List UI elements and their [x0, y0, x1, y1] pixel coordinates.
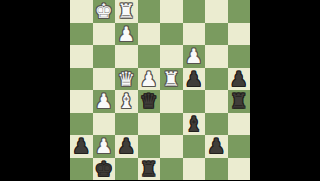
square-g3[interactable]	[205, 113, 228, 136]
square-h2[interactable]	[228, 135, 251, 158]
square-b6[interactable]	[93, 45, 116, 68]
square-h8[interactable]	[228, 0, 251, 23]
square-d8[interactable]	[138, 0, 161, 23]
square-g7[interactable]	[205, 23, 228, 46]
square-a1[interactable]	[70, 158, 93, 181]
square-c7[interactable]: ♟	[115, 23, 138, 46]
square-b2[interactable]: ♟	[93, 135, 116, 158]
square-e7[interactable]	[160, 23, 183, 46]
square-b3[interactable]	[93, 113, 116, 136]
square-f3[interactable]: ♝	[183, 113, 206, 136]
chess-board[interactable]: ♚♜♟♟♛♟♜♟♟♟♝♛♜♝♟♟♟♟♚♜	[70, 0, 250, 180]
square-b1[interactable]: ♚	[93, 158, 116, 181]
square-a7[interactable]	[70, 23, 93, 46]
square-c6[interactable]	[115, 45, 138, 68]
white-pawn[interactable]: ♟	[185, 45, 203, 67]
white-king[interactable]: ♚	[95, 0, 113, 22]
square-b8[interactable]: ♚	[93, 0, 116, 23]
square-b7[interactable]	[93, 23, 116, 46]
black-queen[interactable]: ♛	[140, 90, 158, 112]
black-pawn[interactable]: ♟	[72, 135, 90, 157]
square-c2[interactable]: ♟	[115, 135, 138, 158]
square-c4[interactable]: ♝	[115, 90, 138, 113]
square-e1[interactable]	[160, 158, 183, 181]
square-f4[interactable]	[183, 90, 206, 113]
square-f5[interactable]: ♟	[183, 68, 206, 91]
square-c1[interactable]	[115, 158, 138, 181]
square-g1[interactable]	[205, 158, 228, 181]
white-bishop[interactable]: ♝	[117, 90, 135, 112]
square-c8[interactable]: ♜	[115, 0, 138, 23]
square-d4[interactable]: ♛	[138, 90, 161, 113]
square-e2[interactable]	[160, 135, 183, 158]
square-a3[interactable]	[70, 113, 93, 136]
square-f1[interactable]	[183, 158, 206, 181]
square-f6[interactable]: ♟	[183, 45, 206, 68]
square-h4[interactable]: ♜	[228, 90, 251, 113]
square-a8[interactable]	[70, 0, 93, 23]
letterbox-left	[0, 0, 70, 180]
square-c3[interactable]	[115, 113, 138, 136]
square-f8[interactable]	[183, 0, 206, 23]
square-c5[interactable]: ♛	[115, 68, 138, 91]
black-king[interactable]: ♚	[95, 158, 113, 180]
square-e6[interactable]	[160, 45, 183, 68]
letterbox-right	[250, 0, 320, 180]
square-h3[interactable]	[228, 113, 251, 136]
square-a5[interactable]	[70, 68, 93, 91]
square-e3[interactable]	[160, 113, 183, 136]
square-h1[interactable]	[228, 158, 251, 181]
square-e4[interactable]	[160, 90, 183, 113]
black-pawn[interactable]: ♟	[207, 135, 225, 157]
white-rook[interactable]: ♜	[162, 68, 180, 90]
white-pawn[interactable]: ♟	[140, 68, 158, 90]
square-g4[interactable]	[205, 90, 228, 113]
black-bishop[interactable]: ♝	[185, 113, 203, 135]
square-a6[interactable]	[70, 45, 93, 68]
square-f7[interactable]	[183, 23, 206, 46]
square-e5[interactable]: ♜	[160, 68, 183, 91]
square-e8[interactable]	[160, 0, 183, 23]
square-g5[interactable]	[205, 68, 228, 91]
black-pawn[interactable]: ♟	[117, 135, 135, 157]
black-pawn[interactable]: ♟	[185, 68, 203, 90]
square-g6[interactable]	[205, 45, 228, 68]
white-rook[interactable]: ♜	[117, 0, 135, 22]
white-pawn[interactable]: ♟	[117, 23, 135, 45]
square-f2[interactable]	[183, 135, 206, 158]
square-d3[interactable]	[138, 113, 161, 136]
square-h6[interactable]	[228, 45, 251, 68]
square-g8[interactable]	[205, 0, 228, 23]
square-d6[interactable]	[138, 45, 161, 68]
square-b5[interactable]	[93, 68, 116, 91]
square-a2[interactable]: ♟	[70, 135, 93, 158]
square-b4[interactable]: ♟	[93, 90, 116, 113]
square-h7[interactable]	[228, 23, 251, 46]
white-pawn[interactable]: ♟	[95, 90, 113, 112]
square-d2[interactable]	[138, 135, 161, 158]
black-rook[interactable]: ♜	[140, 158, 158, 180]
black-pawn[interactable]: ♟	[230, 68, 248, 90]
square-h5[interactable]: ♟	[228, 68, 251, 91]
square-d5[interactable]: ♟	[138, 68, 161, 91]
app-background: ♚♜♟♟♛♟♜♟♟♟♝♛♜♝♟♟♟♟♚♜	[0, 0, 320, 180]
black-rook[interactable]: ♜	[230, 90, 248, 112]
white-pawn[interactable]: ♟	[95, 135, 113, 157]
square-a4[interactable]	[70, 90, 93, 113]
square-g2[interactable]: ♟	[205, 135, 228, 158]
white-queen[interactable]: ♛	[117, 68, 135, 90]
square-d1[interactable]: ♜	[138, 158, 161, 181]
square-d7[interactable]	[138, 23, 161, 46]
